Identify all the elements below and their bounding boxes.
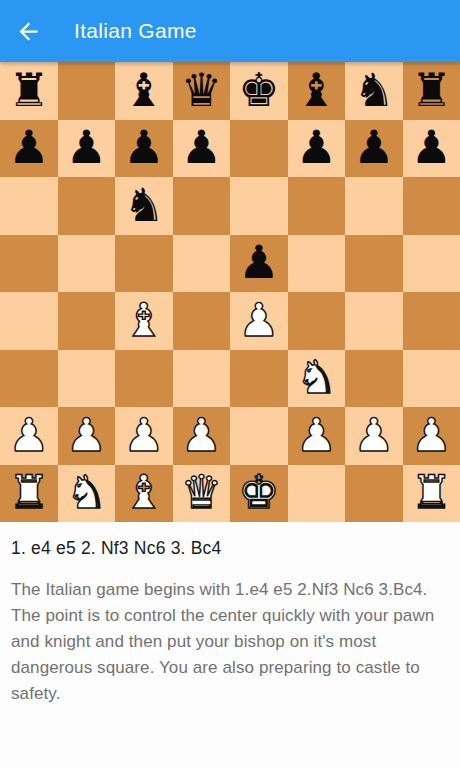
piece-black-king: ♚	[238, 67, 279, 113]
piece-black-pawn: ♟	[296, 124, 337, 170]
piece-white-knight: ♞	[296, 354, 337, 400]
piece-black-rook: ♜	[411, 67, 452, 113]
square-b8[interactable]	[58, 62, 116, 120]
piece-white-king: ♚	[238, 469, 279, 515]
square-h7[interactable]: ♟	[403, 120, 460, 178]
square-b4[interactable]	[58, 292, 116, 350]
square-c6[interactable]: ♞	[115, 177, 173, 235]
piece-white-bishop: ♝	[123, 469, 164, 515]
piece-black-bishop: ♝	[123, 67, 164, 113]
square-f4[interactable]	[288, 292, 346, 350]
piece-black-rook: ♜	[8, 67, 49, 113]
square-f5[interactable]	[288, 235, 346, 293]
square-a4[interactable]	[0, 292, 58, 350]
square-c7[interactable]: ♟	[115, 120, 173, 178]
square-e7[interactable]	[230, 120, 288, 178]
square-b2[interactable]: ♟	[58, 407, 116, 465]
piece-black-pawn: ♟	[238, 239, 279, 285]
square-e8[interactable]: ♚	[230, 62, 288, 120]
square-b7[interactable]: ♟	[58, 120, 116, 178]
piece-white-pawn: ♟	[296, 412, 337, 458]
square-a7[interactable]: ♟	[0, 120, 58, 178]
square-g1[interactable]	[345, 465, 403, 523]
square-a1[interactable]: ♜	[0, 465, 58, 523]
square-f1[interactable]	[288, 465, 346, 523]
square-f6[interactable]	[288, 177, 346, 235]
square-g2[interactable]: ♟	[345, 407, 403, 465]
square-e2[interactable]	[230, 407, 288, 465]
piece-black-knight: ♞	[353, 67, 394, 113]
square-d8[interactable]: ♛	[173, 62, 231, 120]
square-e3[interactable]	[230, 350, 288, 408]
square-g7[interactable]: ♟	[345, 120, 403, 178]
square-g3[interactable]	[345, 350, 403, 408]
square-g6[interactable]	[345, 177, 403, 235]
square-h6[interactable]	[403, 177, 460, 235]
piece-black-queen: ♛	[181, 67, 222, 113]
page-title: Italian Game	[74, 19, 197, 43]
square-a5[interactable]	[0, 235, 58, 293]
piece-white-pawn: ♟	[66, 412, 107, 458]
square-b6[interactable]	[58, 177, 116, 235]
piece-white-rook: ♜	[8, 469, 49, 515]
square-b5[interactable]	[58, 235, 116, 293]
square-h4[interactable]	[403, 292, 460, 350]
piece-white-rook: ♜	[411, 469, 452, 515]
piece-black-bishop: ♝	[296, 67, 337, 113]
square-d1[interactable]: ♛	[173, 465, 231, 523]
piece-black-pawn: ♟	[411, 124, 452, 170]
square-d6[interactable]	[173, 177, 231, 235]
piece-black-pawn: ♟	[353, 124, 394, 170]
moves-line: 1. e4 e5 2. Nf3 Nc6 3. Bc4	[11, 538, 449, 559]
square-c8[interactable]: ♝	[115, 62, 173, 120]
square-d3[interactable]	[173, 350, 231, 408]
square-b1[interactable]: ♞	[58, 465, 116, 523]
back-arrow-icon	[15, 18, 42, 45]
square-f2[interactable]: ♟	[288, 407, 346, 465]
piece-white-pawn: ♟	[353, 412, 394, 458]
square-b3[interactable]	[58, 350, 116, 408]
piece-white-knight: ♞	[66, 469, 107, 515]
square-a8[interactable]: ♜	[0, 62, 58, 120]
square-f3[interactable]: ♞	[288, 350, 346, 408]
square-g5[interactable]	[345, 235, 403, 293]
square-e5[interactable]: ♟	[230, 235, 288, 293]
back-button[interactable]	[0, 0, 56, 62]
square-f8[interactable]: ♝	[288, 62, 346, 120]
square-d4[interactable]	[173, 292, 231, 350]
piece-white-pawn: ♟	[238, 297, 279, 343]
square-h5[interactable]	[403, 235, 460, 293]
piece-black-knight: ♞	[123, 182, 164, 228]
square-h8[interactable]: ♜	[403, 62, 460, 120]
square-c1[interactable]: ♝	[115, 465, 173, 523]
square-h2[interactable]: ♟	[403, 407, 460, 465]
square-e4[interactable]: ♟	[230, 292, 288, 350]
square-h1[interactable]: ♜	[403, 465, 460, 523]
piece-black-pawn: ♟	[123, 124, 164, 170]
piece-black-pawn: ♟	[8, 124, 49, 170]
app-screen: Italian Game ♜♝♛♚♝♞♜♟♟♟♟♟♟♟♞♟♝♟♞♟♟♟♟♟♟♟♜…	[0, 0, 460, 768]
square-d2[interactable]: ♟	[173, 407, 231, 465]
chess-board: ♜♝♛♚♝♞♜♟♟♟♟♟♟♟♞♟♝♟♞♟♟♟♟♟♟♟♜♞♝♛♚♜	[0, 62, 460, 522]
piece-white-bishop: ♝	[123, 297, 164, 343]
piece-white-pawn: ♟	[411, 412, 452, 458]
content-area: 1. e4 e5 2. Nf3 Nc6 3. Bc4 The Italian g…	[0, 522, 460, 707]
opening-description: The Italian game begins with 1.e4 e5 2.N…	[11, 577, 449, 707]
square-c3[interactable]	[115, 350, 173, 408]
square-d5[interactable]	[173, 235, 231, 293]
square-c2[interactable]: ♟	[115, 407, 173, 465]
square-f7[interactable]: ♟	[288, 120, 346, 178]
square-a2[interactable]: ♟	[0, 407, 58, 465]
square-d7[interactable]: ♟	[173, 120, 231, 178]
piece-black-pawn: ♟	[181, 124, 222, 170]
piece-white-pawn: ♟	[181, 412, 222, 458]
square-g4[interactable]	[345, 292, 403, 350]
piece-black-pawn: ♟	[66, 124, 107, 170]
piece-white-pawn: ♟	[8, 412, 49, 458]
square-c5[interactable]	[115, 235, 173, 293]
piece-white-queen: ♛	[181, 469, 222, 515]
square-e6[interactable]	[230, 177, 288, 235]
piece-white-pawn: ♟	[123, 412, 164, 458]
square-e1[interactable]: ♚	[230, 465, 288, 523]
square-g8[interactable]: ♞	[345, 62, 403, 120]
square-h3[interactable]	[403, 350, 460, 408]
square-c4[interactable]: ♝	[115, 292, 173, 350]
square-a6[interactable]	[0, 177, 58, 235]
square-a3[interactable]	[0, 350, 58, 408]
app-bar: Italian Game	[0, 0, 460, 62]
